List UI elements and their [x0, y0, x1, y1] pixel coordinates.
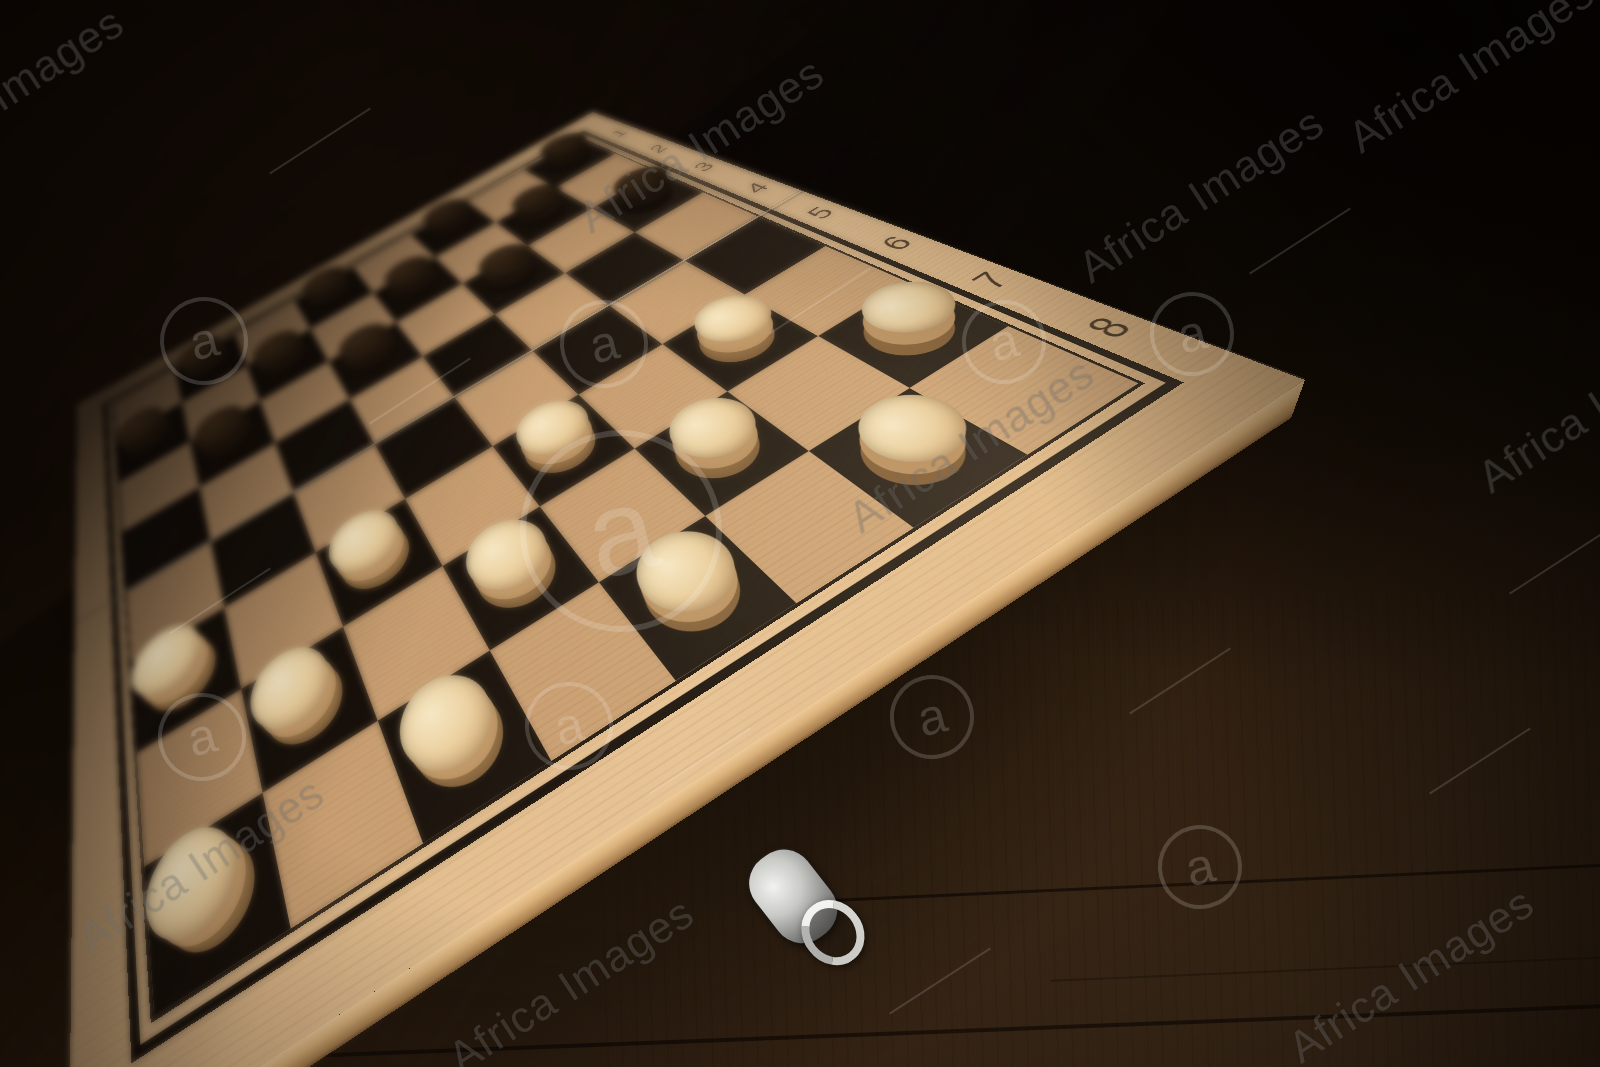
watermark-text: Africa Images	[1469, 307, 1600, 503]
photo-scene: hgfedcba 12345678 Africa Images Africa I…	[0, 0, 1600, 1067]
watermark-text: Africa Images	[1339, 0, 1600, 163]
watermark-text: Africa Images	[0, 0, 133, 193]
